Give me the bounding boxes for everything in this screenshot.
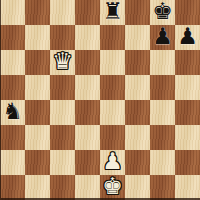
square-d3[interactable]: [75, 125, 100, 150]
square-f6[interactable]: [125, 50, 150, 75]
square-e5[interactable]: [100, 75, 125, 100]
square-a8[interactable]: [0, 0, 25, 25]
square-e3[interactable]: [100, 125, 125, 150]
square-h8[interactable]: [175, 0, 200, 25]
square-b3[interactable]: [25, 125, 50, 150]
square-c1[interactable]: [50, 175, 75, 200]
square-e6[interactable]: [100, 50, 125, 75]
square-d1[interactable]: [75, 175, 100, 200]
square-e4[interactable]: [100, 100, 125, 125]
black-pawn: ♟: [177, 24, 198, 49]
square-f7[interactable]: [125, 25, 150, 50]
square-d8[interactable]: [75, 0, 100, 25]
white-queen: ♛: [52, 49, 73, 74]
square-g5[interactable]: [150, 75, 175, 100]
square-d6[interactable]: [75, 50, 100, 75]
black-pawn: ♟: [152, 24, 173, 49]
square-d2[interactable]: [75, 150, 100, 175]
square-g2[interactable]: [150, 150, 175, 175]
square-c6[interactable]: ♛: [50, 50, 75, 75]
square-h4[interactable]: [175, 100, 200, 125]
chess-board: ♜♚♟♟♛♞♟♚: [0, 0, 200, 200]
square-c7[interactable]: [50, 25, 75, 50]
square-d4[interactable]: [75, 100, 100, 125]
square-b8[interactable]: [25, 0, 50, 25]
square-h5[interactable]: [175, 75, 200, 100]
square-a4[interactable]: ♞: [0, 100, 25, 125]
square-f1[interactable]: [125, 175, 150, 200]
square-c4[interactable]: [50, 100, 75, 125]
square-e1[interactable]: ♚: [100, 175, 125, 200]
square-g1[interactable]: [150, 175, 175, 200]
square-c8[interactable]: [50, 0, 75, 25]
square-e8[interactable]: ♜: [100, 0, 125, 25]
chess-board-photo: ♜♚♟♟♛♞♟♚: [0, 0, 200, 200]
square-c3[interactable]: [50, 125, 75, 150]
black-rook: ♜: [102, 0, 123, 24]
black-king: ♚: [152, 0, 173, 24]
square-g3[interactable]: [150, 125, 175, 150]
square-a7[interactable]: [0, 25, 25, 50]
square-d7[interactable]: [75, 25, 100, 50]
square-b2[interactable]: [25, 150, 50, 175]
square-c5[interactable]: [50, 75, 75, 100]
square-a3[interactable]: [0, 125, 25, 150]
square-b6[interactable]: [25, 50, 50, 75]
square-h2[interactable]: [175, 150, 200, 175]
square-g8[interactable]: ♚: [150, 0, 175, 25]
square-e2[interactable]: ♟: [100, 150, 125, 175]
square-f5[interactable]: [125, 75, 150, 100]
square-a1[interactable]: [0, 175, 25, 200]
square-c2[interactable]: [50, 150, 75, 175]
square-b1[interactable]: [25, 175, 50, 200]
white-pawn: ♟: [102, 149, 123, 174]
square-h6[interactable]: [175, 50, 200, 75]
square-f2[interactable]: [125, 150, 150, 175]
square-e7[interactable]: [100, 25, 125, 50]
square-b4[interactable]: [25, 100, 50, 125]
square-b5[interactable]: [25, 75, 50, 100]
square-g4[interactable]: [150, 100, 175, 125]
square-f8[interactable]: [125, 0, 150, 25]
square-h7[interactable]: ♟: [175, 25, 200, 50]
square-a6[interactable]: [0, 50, 25, 75]
square-b7[interactable]: [25, 25, 50, 50]
square-g7[interactable]: ♟: [150, 25, 175, 50]
square-h3[interactable]: [175, 125, 200, 150]
square-g6[interactable]: [150, 50, 175, 75]
square-a2[interactable]: [0, 150, 25, 175]
square-h1[interactable]: [175, 175, 200, 200]
black-knight: ♞: [2, 99, 23, 124]
square-f3[interactable]: [125, 125, 150, 150]
square-f4[interactable]: [125, 100, 150, 125]
white-king: ♚: [102, 174, 123, 199]
square-a5[interactable]: [0, 75, 25, 100]
square-d5[interactable]: [75, 75, 100, 100]
